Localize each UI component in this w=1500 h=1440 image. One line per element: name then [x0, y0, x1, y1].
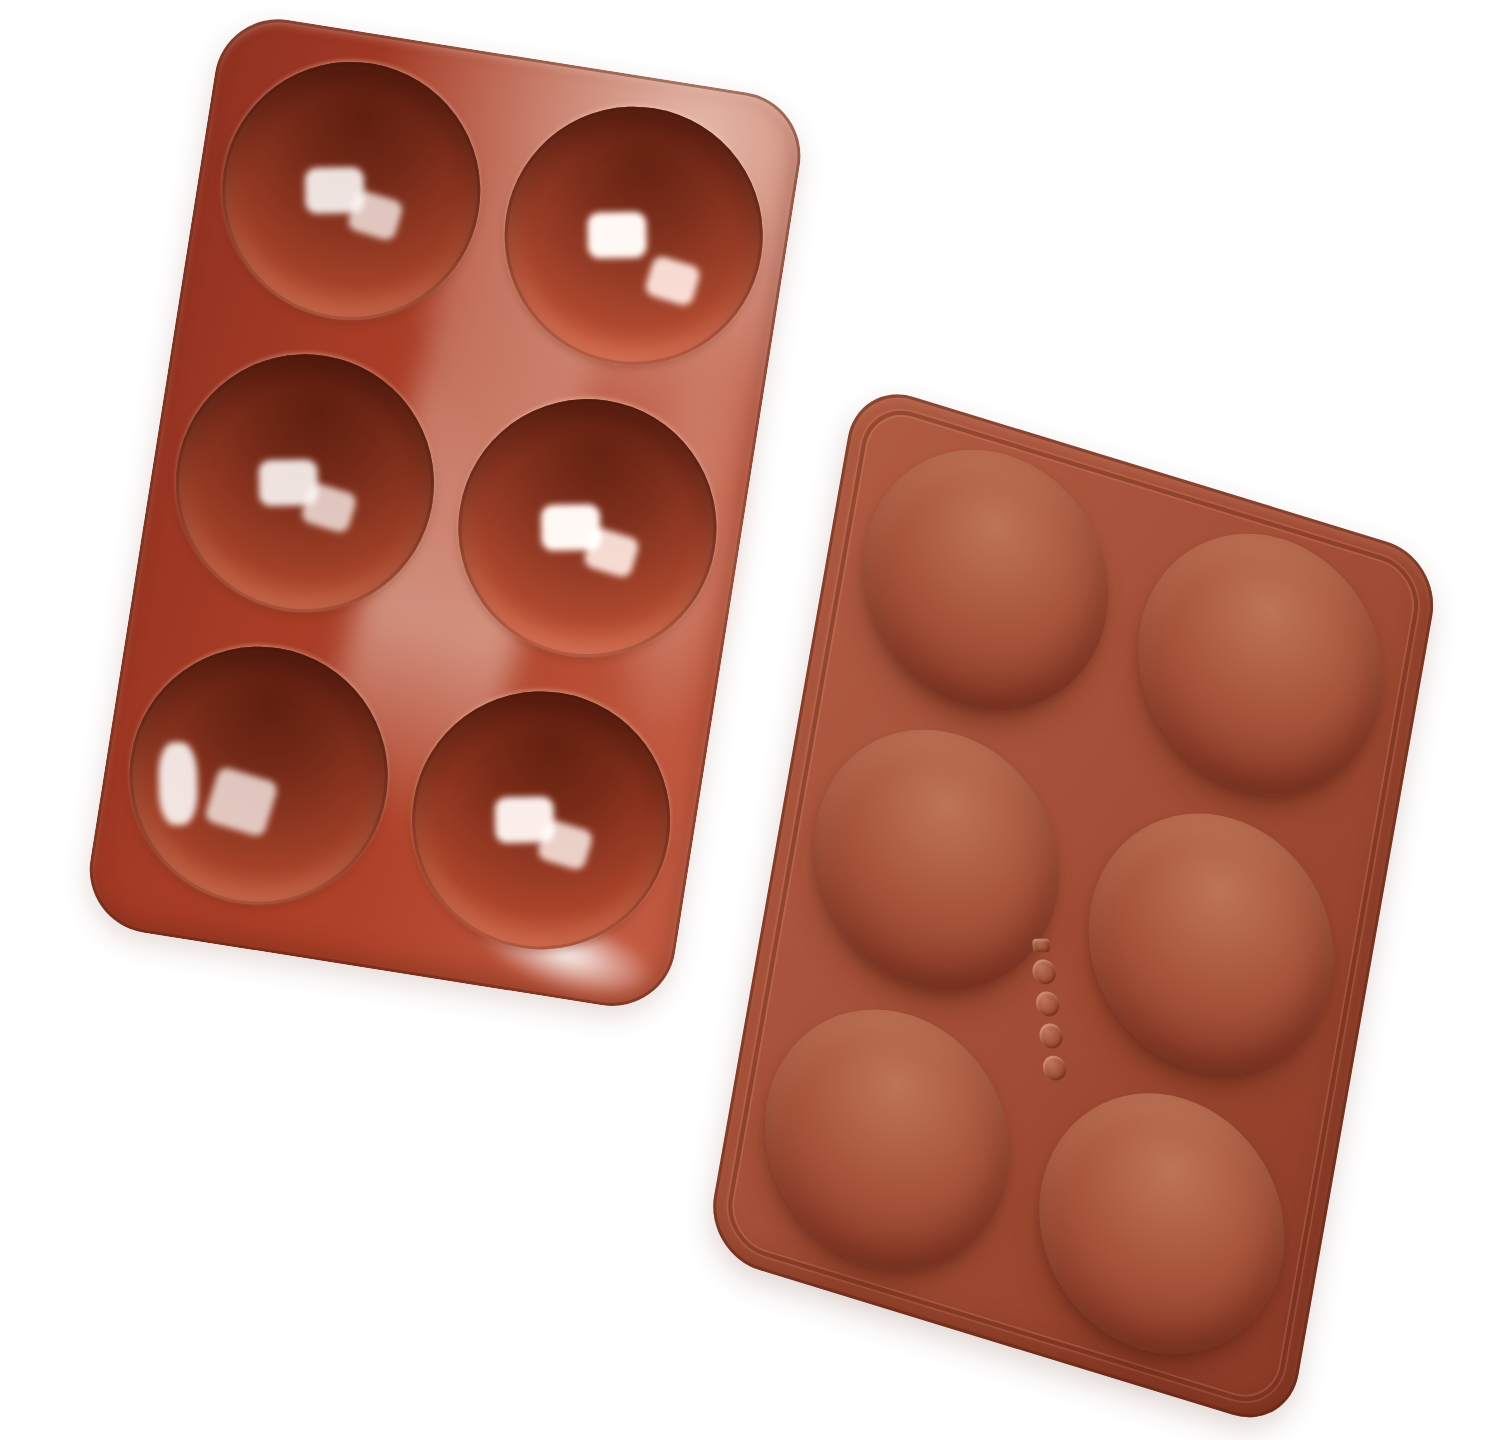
cert-mark-icon: [1038, 1023, 1064, 1048]
cert-mark-icon: [1032, 939, 1051, 953]
cavity-4: [440, 380, 735, 675]
product-photo-scene: [0, 0, 1500, 1440]
cavity-1: [204, 43, 499, 338]
cavity-6: [394, 673, 689, 968]
glossy-mold: [80, 10, 809, 1015]
matte-mold: [704, 380, 1442, 1432]
cert-mark-icon: [1035, 991, 1061, 1016]
cavity-2: [486, 88, 781, 383]
cavity-5: [111, 628, 406, 923]
cavity-3: [157, 336, 452, 631]
cert-mark-icon: [1031, 959, 1057, 984]
cert-mark-icon: [1042, 1056, 1068, 1081]
